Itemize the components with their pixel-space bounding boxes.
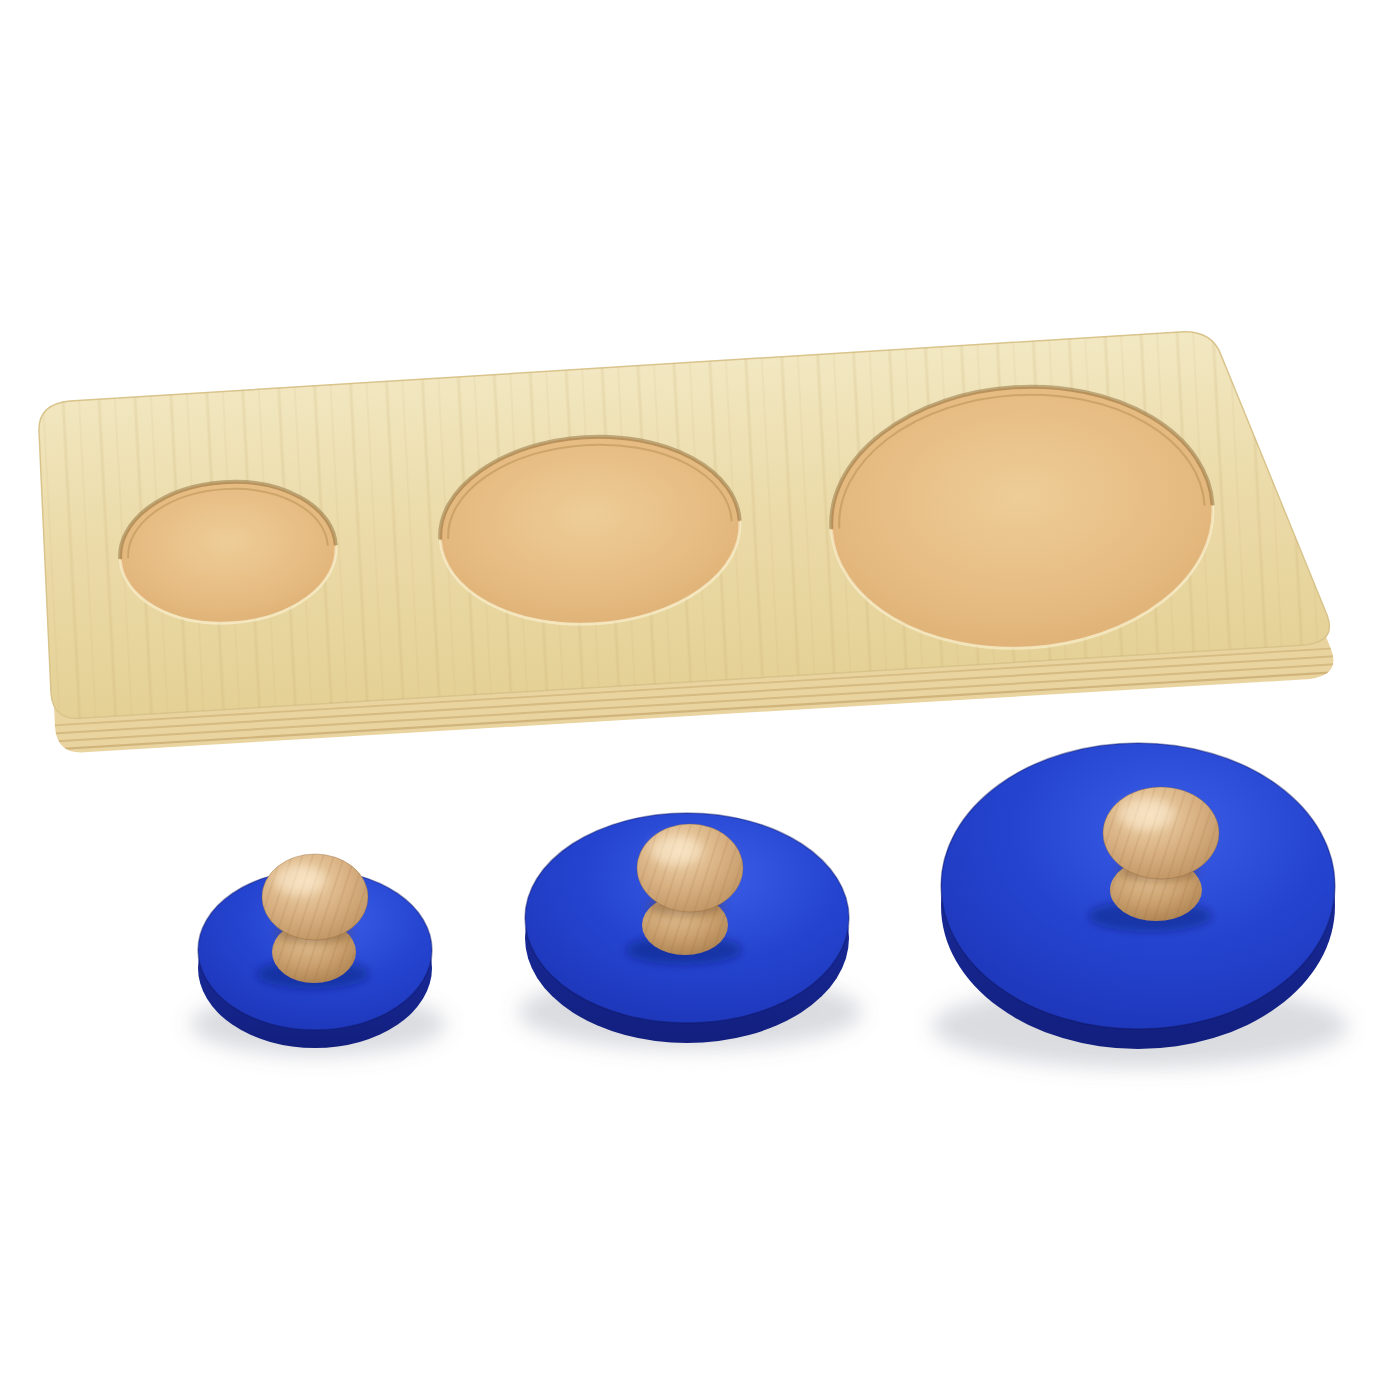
knob-large-highlight [1118, 798, 1174, 830]
knob-small-highlight [274, 865, 326, 895]
knob-small[interactable] [262, 854, 368, 983]
knob-medium-highlight [650, 835, 702, 865]
piece-large[interactable] [932, 743, 1348, 1068]
piece-small[interactable] [190, 854, 446, 1056]
product-photo-scene [0, 0, 1380, 1380]
scene-graphic [0, 0, 1380, 1380]
piece-medium[interactable] [518, 813, 862, 1050]
puzzle-board [39, 332, 1340, 757]
